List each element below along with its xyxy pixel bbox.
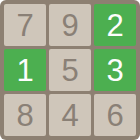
grid-cell[interactable]: 1 bbox=[4, 49, 46, 91]
grid-cell[interactable]: 5 bbox=[49, 49, 91, 91]
grid-cell[interactable]: 7 bbox=[4, 4, 46, 46]
grid-cell[interactable]: 8 bbox=[4, 94, 46, 136]
grid-cell[interactable]: 6 bbox=[94, 94, 136, 136]
grid-cell[interactable]: 4 bbox=[49, 94, 91, 136]
grid-cell[interactable]: 3 bbox=[94, 49, 136, 91]
grid-cell[interactable]: 9 bbox=[49, 4, 91, 46]
puzzle-board: 7 9 2 1 5 3 8 4 6 bbox=[0, 0, 140, 140]
grid-cell[interactable]: 2 bbox=[94, 4, 136, 46]
